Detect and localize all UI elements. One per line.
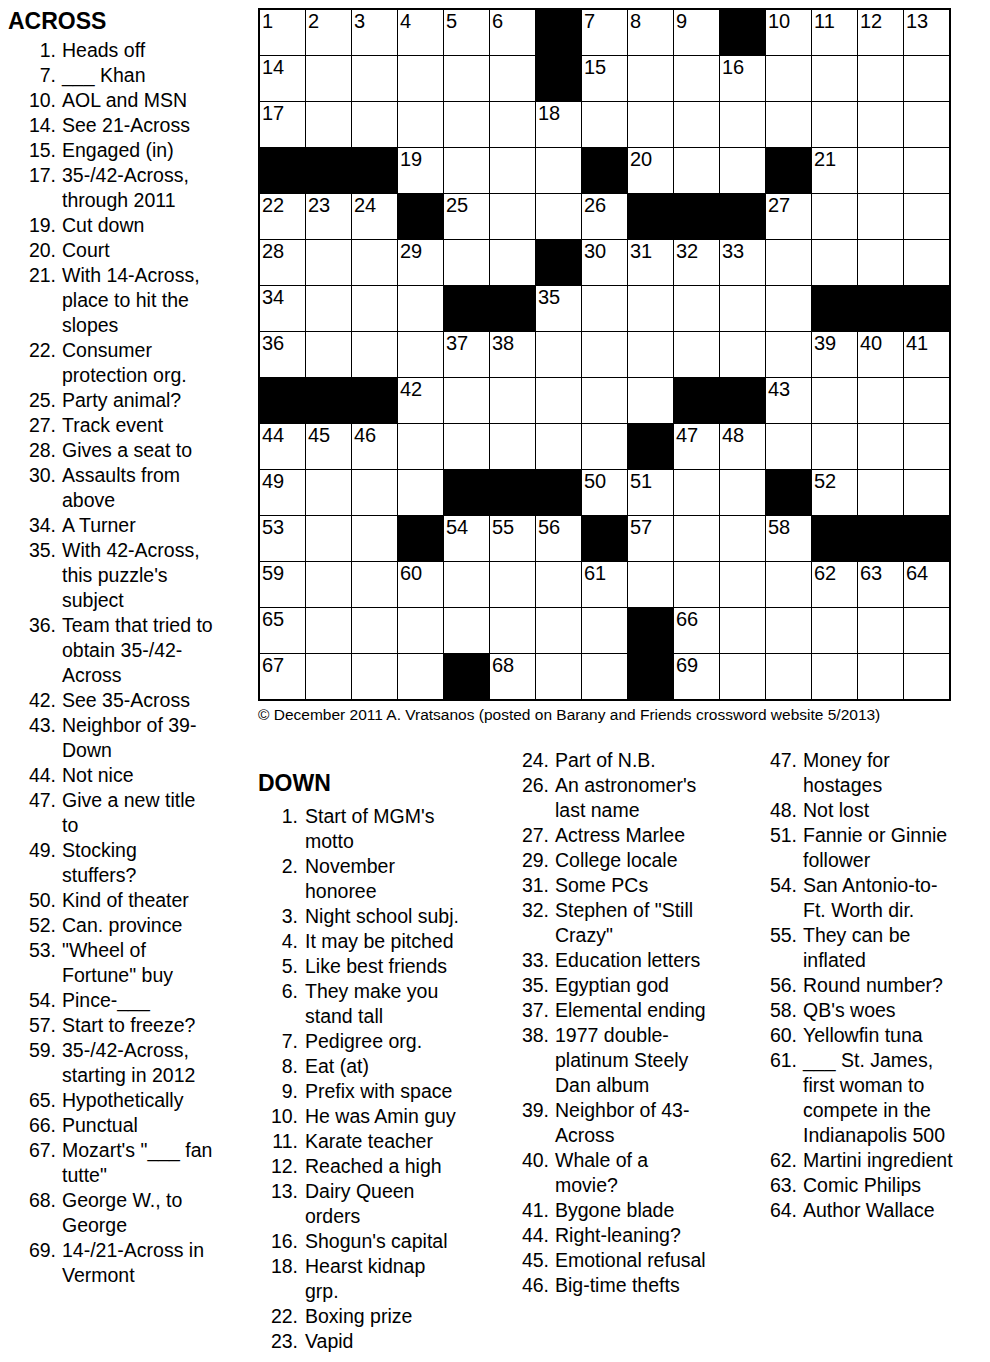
grid-cell[interactable]: 22 [260, 194, 305, 239]
grid-cell[interactable] [904, 148, 949, 193]
grid-cell[interactable] [904, 102, 949, 147]
clue-text: Round number? [803, 973, 990, 998]
grid-cell[interactable] [674, 470, 719, 515]
cell-number: 38 [492, 332, 514, 354]
grid-cell[interactable]: 49 [260, 470, 305, 515]
grid-cell[interactable]: 47 [674, 424, 719, 469]
clue-across-25: 25.Party animal? [8, 388, 250, 413]
grid-cell[interactable] [720, 654, 765, 699]
grid-cell[interactable] [352, 286, 397, 331]
clue-number: 34. [8, 513, 56, 538]
grid-cell[interactable]: 62 [812, 562, 857, 607]
grid-cell[interactable]: 9 [674, 10, 719, 55]
grid-cell[interactable]: 15 [582, 56, 627, 101]
grid-cell[interactable] [766, 332, 811, 377]
grid-cell-black [628, 654, 673, 699]
grid-cell[interactable] [444, 378, 489, 423]
grid-cell[interactable]: 55 [490, 516, 535, 561]
clue-across-69: 69.14-/21-Across in Vermont [8, 1238, 250, 1288]
grid-cell[interactable] [674, 286, 719, 331]
grid-cell[interactable] [536, 194, 581, 239]
clue-text: It may be pitched [305, 929, 490, 954]
grid-cell[interactable] [490, 194, 535, 239]
grid-cell[interactable]: 19 [398, 148, 443, 193]
grid-cell[interactable] [536, 654, 581, 699]
grid-cell[interactable] [766, 286, 811, 331]
cell-number: 47 [676, 424, 698, 446]
grid-cell[interactable] [306, 332, 351, 377]
grid-cell[interactable]: 35 [536, 286, 581, 331]
grid-cell[interactable]: 57 [628, 516, 673, 561]
grid-cell[interactable] [582, 608, 627, 653]
clue-number: 36. [8, 613, 56, 638]
grid-cell[interactable]: 33 [720, 240, 765, 285]
grid-cell[interactable] [398, 424, 443, 469]
grid-cell[interactable]: 12 [858, 10, 903, 55]
grid-cell[interactable] [674, 332, 719, 377]
grid-cell[interactable] [306, 286, 351, 331]
clue-down-29: 29.College locale [515, 848, 747, 873]
grid-cell[interactable]: 3 [352, 10, 397, 55]
grid-cell[interactable]: 53 [260, 516, 305, 561]
clue-text: Start to freeze? [62, 1013, 250, 1038]
grid-cell[interactable]: 43 [766, 378, 811, 423]
grid-cell[interactable]: 44 [260, 424, 305, 469]
grid-cell[interactable]: 58 [766, 516, 811, 561]
grid-cell[interactable] [628, 378, 673, 423]
clue-down-26: 26.An astronomer's last name [515, 773, 747, 823]
grid-cell[interactable] [306, 562, 351, 607]
grid-cell[interactable] [582, 286, 627, 331]
down-clue-list-left: 1.Start of MGM's motto2.November honoree… [258, 804, 490, 1354]
cell-number: 58 [768, 516, 790, 538]
clue-down-35: 35.Egyptian god [515, 973, 747, 998]
grid-cell[interactable] [720, 286, 765, 331]
clue-number: 22. [258, 1304, 298, 1329]
grid-cell[interactable]: 56 [536, 516, 581, 561]
grid-cell[interactable]: 24 [352, 194, 397, 239]
grid-cell[interactable]: 60 [398, 562, 443, 607]
grid-cell[interactable] [352, 516, 397, 561]
grid-cell-black [812, 516, 857, 561]
grid-cell[interactable] [536, 332, 581, 377]
grid-cell[interactable] [720, 516, 765, 561]
grid-cell[interactable] [812, 378, 857, 423]
clue-across-30: 30.Assaults from above [8, 463, 250, 513]
clue-text: Kind of theater [62, 888, 250, 913]
grid-cell[interactable] [812, 654, 857, 699]
grid-cell[interactable]: 27 [766, 194, 811, 239]
cell-number: 66 [676, 608, 698, 630]
grid-cell[interactable] [766, 654, 811, 699]
clue-text: Gives a seat to [62, 438, 250, 463]
cell-number: 9 [676, 10, 687, 32]
grid-cell[interactable] [628, 562, 673, 607]
grid-cell[interactable] [582, 102, 627, 147]
grid-cell[interactable] [858, 378, 903, 423]
grid-cell[interactable] [904, 470, 949, 515]
grid-cell[interactable] [352, 56, 397, 101]
clue-number: 10. [258, 1104, 298, 1129]
grid-cell[interactable] [674, 148, 719, 193]
grid-cell[interactable]: 36 [260, 332, 305, 377]
grid-cell[interactable] [720, 562, 765, 607]
grid-cell[interactable] [352, 102, 397, 147]
grid-cell[interactable]: 67 [260, 654, 305, 699]
grid-cell-black [904, 516, 949, 561]
grid-cell[interactable]: 46 [352, 424, 397, 469]
grid-cell[interactable]: 54 [444, 516, 489, 561]
clue-number: 7. [258, 1029, 298, 1054]
grid-cell[interactable]: 29 [398, 240, 443, 285]
clue-text: Some PCs [555, 873, 747, 898]
grid-cell-black [306, 148, 351, 193]
grid-cell[interactable] [352, 654, 397, 699]
grid-cell[interactable]: 38 [490, 332, 535, 377]
grid-cell[interactable]: 17 [260, 102, 305, 147]
clue-number: 2. [258, 854, 298, 879]
grid-cell[interactable] [582, 654, 627, 699]
clue-number: 32. [515, 898, 549, 923]
grid-cell[interactable]: 6 [490, 10, 535, 55]
clue-text: Hypothetically [62, 1088, 250, 1113]
grid-cell[interactable]: 37 [444, 332, 489, 377]
grid-cell[interactable] [352, 240, 397, 285]
grid-cell[interactable] [444, 562, 489, 607]
grid-cell-black [536, 56, 581, 101]
grid-cell[interactable] [628, 102, 673, 147]
copyright-note: © December 2011 A. Vratsanos (posted on … [258, 705, 958, 724]
grid-cell[interactable]: 23 [306, 194, 351, 239]
grid-cell[interactable] [306, 470, 351, 515]
grid-cell[interactable] [858, 56, 903, 101]
clue-text: Emotional refusal [555, 1248, 747, 1273]
clue-across-57: 57.Start to freeze? [8, 1013, 250, 1038]
grid-cell[interactable] [904, 378, 949, 423]
cell-number: 34 [262, 286, 284, 308]
cell-number: 41 [906, 332, 928, 354]
clue-text: Vapid [305, 1329, 490, 1354]
grid-cell[interactable] [306, 516, 351, 561]
grid-cell[interactable]: 39 [812, 332, 857, 377]
grid-cell[interactable]: 1 [260, 10, 305, 55]
clue-across-50: 50.Kind of theater [8, 888, 250, 913]
grid-cell-black [628, 194, 673, 239]
clue-number: 35. [515, 973, 549, 998]
grid-cell[interactable]: 28 [260, 240, 305, 285]
grid-cell[interactable]: 61 [582, 562, 627, 607]
grid-cell[interactable] [904, 608, 949, 653]
grid-cell[interactable]: 41 [904, 332, 949, 377]
grid-cell-black [536, 240, 581, 285]
clue-across-21: 21.With 14-Across, place to hit the slop… [8, 263, 250, 338]
grid-cell[interactable]: 52 [812, 470, 857, 515]
grid-cell[interactable] [904, 240, 949, 285]
clue-text: See 21-Across [62, 113, 250, 138]
grid-cell[interactable] [398, 56, 443, 101]
clue-across-7: 7.___ Khan [8, 63, 250, 88]
grid-cell[interactable] [628, 56, 673, 101]
grid-cell[interactable]: 42 [398, 378, 443, 423]
grid-cell[interactable] [490, 608, 535, 653]
grid-cell[interactable] [812, 608, 857, 653]
grid-cell[interactable] [536, 562, 581, 607]
grid-cell[interactable] [766, 56, 811, 101]
down-clues-column-left: DOWN 1.Start of MGM's motto2.November ho… [258, 770, 490, 1354]
grid-cell[interactable]: 34 [260, 286, 305, 331]
grid-cell[interactable] [306, 56, 351, 101]
clue-across-53: 53."Wheel of Fortune" buy [8, 938, 250, 988]
cell-number: 36 [262, 332, 284, 354]
grid-cell[interactable] [490, 102, 535, 147]
clue-down-16: 16.Shogun's capital [258, 1229, 490, 1254]
grid-cell[interactable] [812, 102, 857, 147]
grid-cell[interactable] [444, 56, 489, 101]
grid-cell[interactable]: 20 [628, 148, 673, 193]
grid-cell-black [720, 10, 765, 55]
grid-cell[interactable] [812, 240, 857, 285]
clue-text: ___ St. James, first woman to compete in… [803, 1048, 990, 1148]
grid-cell[interactable] [858, 424, 903, 469]
crossword-page: ACROSS 1.Heads off7.___ Khan10.AOL and M… [0, 0, 990, 1362]
grid-cell[interactable] [720, 102, 765, 147]
grid-cell[interactable]: 4 [398, 10, 443, 55]
grid-cell[interactable]: 68 [490, 654, 535, 699]
grid-cell[interactable] [812, 56, 857, 101]
clue-down-22: 22.Boxing prize [258, 1304, 490, 1329]
clue-text: Neighbor of 43- Across [555, 1098, 747, 1148]
grid-cell[interactable]: 32 [674, 240, 719, 285]
grid-cell[interactable]: 69 [674, 654, 719, 699]
grid-cell[interactable] [904, 194, 949, 239]
clue-text: Can. province [62, 913, 250, 938]
cell-number: 28 [262, 240, 284, 262]
grid-cell[interactable] [582, 332, 627, 377]
clue-number: 64. [762, 1198, 797, 1223]
grid-cell[interactable]: 16 [720, 56, 765, 101]
grid-cell[interactable] [398, 332, 443, 377]
clue-text: QB's woes [803, 998, 990, 1023]
grid-cell[interactable]: 26 [582, 194, 627, 239]
down-clues-column-middle: 24.Part of N.B.26.An astronomer's last n… [515, 748, 747, 1298]
grid-cell[interactable] [490, 148, 535, 193]
clue-text: Track event [62, 413, 250, 438]
grid-cell[interactable] [490, 424, 535, 469]
grid-cell[interactable]: 2 [306, 10, 351, 55]
grid-cell[interactable]: 25 [444, 194, 489, 239]
clue-across-43: 43.Neighbor of 39- Down [8, 713, 250, 763]
grid-cell[interactable] [766, 608, 811, 653]
grid-cell[interactable] [674, 102, 719, 147]
clue-text: A Turner [62, 513, 250, 538]
grid-cell[interactable]: 40 [858, 332, 903, 377]
cell-number: 19 [400, 148, 422, 170]
grid-cell[interactable] [674, 516, 719, 561]
cell-number: 45 [308, 424, 330, 446]
grid-cell[interactable] [858, 470, 903, 515]
grid-cell[interactable] [674, 562, 719, 607]
grid-cell-black [766, 470, 811, 515]
grid-cell[interactable] [628, 286, 673, 331]
grid-cell[interactable] [398, 608, 443, 653]
cell-number: 10 [768, 10, 790, 32]
grid-cell[interactable]: 48 [720, 424, 765, 469]
clue-number: 18. [258, 1254, 298, 1279]
grid-cell[interactable] [536, 148, 581, 193]
grid-cell[interactable] [812, 194, 857, 239]
grid-cell[interactable] [444, 102, 489, 147]
clue-down-4: 4.It may be pitched [258, 929, 490, 954]
grid-cell[interactable]: 5 [444, 10, 489, 55]
grid-cell[interactable]: 11 [812, 10, 857, 55]
grid-cell[interactable] [306, 102, 351, 147]
grid-cell[interactable]: 63 [858, 562, 903, 607]
grid-cell[interactable]: 18 [536, 102, 581, 147]
clue-text: Night school subj. [305, 904, 490, 929]
grid-cell[interactable] [490, 56, 535, 101]
grid-cell[interactable] [490, 378, 535, 423]
cell-number: 30 [584, 240, 606, 262]
grid-cell[interactable] [720, 332, 765, 377]
cell-number: 54 [446, 516, 468, 538]
clue-number: 33. [515, 948, 549, 973]
grid-cell[interactable] [812, 424, 857, 469]
grid-cell[interactable]: 50 [582, 470, 627, 515]
grid-cell[interactable] [352, 470, 397, 515]
grid-cell[interactable] [490, 562, 535, 607]
grid-cell[interactable] [766, 102, 811, 147]
grid-cell[interactable] [306, 654, 351, 699]
grid-cell[interactable] [858, 654, 903, 699]
grid-cell[interactable] [720, 470, 765, 515]
cell-number: 6 [492, 10, 503, 32]
clue-text: Part of N.B. [555, 748, 747, 773]
cell-number: 68 [492, 654, 514, 676]
grid-cell[interactable] [490, 240, 535, 285]
grid-cell-black [444, 470, 489, 515]
clue-across-49: 49.Stocking stuffers? [8, 838, 250, 888]
grid-cell[interactable] [720, 608, 765, 653]
cell-number: 18 [538, 102, 560, 124]
grid-cell[interactable] [398, 470, 443, 515]
grid-cell[interactable] [766, 562, 811, 607]
clue-text: With 42-Across, this puzzle's subject [62, 538, 250, 613]
clue-down-9: 9.Prefix with space [258, 1079, 490, 1104]
grid-cell[interactable] [352, 332, 397, 377]
clue-text: Shogun's capital [305, 1229, 490, 1254]
grid-cell-black [398, 194, 443, 239]
clue-down-11: 11.Karate teacher [258, 1129, 490, 1154]
grid-cell[interactable] [444, 424, 489, 469]
grid-cell[interactable] [904, 424, 949, 469]
grid-cell[interactable]: 59 [260, 562, 305, 607]
clue-number: 13. [258, 1179, 298, 1204]
clue-across-1: 1.Heads off [8, 38, 250, 63]
grid-cell[interactable] [720, 148, 765, 193]
grid-cell[interactable] [444, 608, 489, 653]
grid-cell[interactable] [306, 608, 351, 653]
grid-cell[interactable] [858, 608, 903, 653]
grid-cell[interactable]: 31 [628, 240, 673, 285]
clue-text: Pince-___ [62, 988, 250, 1013]
grid-cell[interactable] [398, 654, 443, 699]
clue-number: 67. [8, 1138, 56, 1163]
clue-text: Comic Philips [803, 1173, 990, 1198]
grid-cell[interactable] [582, 378, 627, 423]
grid-cell-black [260, 148, 305, 193]
grid-cell[interactable] [536, 424, 581, 469]
clue-down-41: 41.Bygone blade [515, 1198, 747, 1223]
clue-number: 22. [8, 338, 56, 363]
grid-cell[interactable] [582, 424, 627, 469]
grid-cell[interactable]: 14 [260, 56, 305, 101]
grid-cell[interactable]: 10 [766, 10, 811, 55]
grid-cell[interactable] [352, 608, 397, 653]
grid-cell[interactable] [858, 102, 903, 147]
grid-cell[interactable]: 21 [812, 148, 857, 193]
grid-cell[interactable] [306, 240, 351, 285]
cell-number: 55 [492, 516, 514, 538]
clue-down-1: 1.Start of MGM's motto [258, 804, 490, 854]
grid-cell[interactable] [858, 194, 903, 239]
grid-cell[interactable] [444, 240, 489, 285]
cell-number: 46 [354, 424, 376, 446]
grid-cell[interactable] [444, 148, 489, 193]
cell-number: 15 [584, 56, 606, 78]
grid-cell-black [490, 470, 535, 515]
grid-cell[interactable]: 45 [306, 424, 351, 469]
grid-cell-black [352, 378, 397, 423]
clue-text: Reached a high [305, 1154, 490, 1179]
cell-number: 21 [814, 148, 836, 170]
cell-number: 4 [400, 10, 411, 32]
clue-down-45: 45.Emotional refusal [515, 1248, 747, 1273]
grid-cell[interactable]: 7 [582, 10, 627, 55]
cell-number: 44 [262, 424, 284, 446]
grid-cell[interactable] [398, 286, 443, 331]
grid-cell[interactable] [858, 148, 903, 193]
grid-cell[interactable] [398, 102, 443, 147]
grid-cell[interactable] [904, 654, 949, 699]
clue-down-33: 33.Education letters [515, 948, 747, 973]
clue-number: 6. [258, 979, 298, 1004]
clue-text: Money for hostages [803, 748, 990, 798]
grid-cell[interactable]: 65 [260, 608, 305, 653]
grid-cell[interactable] [766, 424, 811, 469]
grid-cell[interactable] [858, 240, 903, 285]
grid-cell[interactable] [536, 378, 581, 423]
cell-number: 60 [400, 562, 422, 584]
grid-cell[interactable]: 64 [904, 562, 949, 607]
clue-down-64: 64.Author Wallace [762, 1198, 990, 1223]
clue-down-18: 18.Hearst kidnap grp. [258, 1254, 490, 1304]
grid-cell[interactable] [674, 56, 719, 101]
clue-number: 48. [762, 798, 797, 823]
clue-number: 19. [8, 213, 56, 238]
cell-number: 14 [262, 56, 284, 78]
grid-cell[interactable]: 51 [628, 470, 673, 515]
grid-cell[interactable] [536, 608, 581, 653]
grid-cell[interactable] [904, 56, 949, 101]
grid-cell[interactable] [766, 240, 811, 285]
cell-number: 65 [262, 608, 284, 630]
grid-cell[interactable]: 30 [582, 240, 627, 285]
grid-cell[interactable]: 13 [904, 10, 949, 55]
grid-cell[interactable]: 8 [628, 10, 673, 55]
grid-cell[interactable] [352, 562, 397, 607]
grid-cell[interactable]: 66 [674, 608, 719, 653]
grid-cell[interactable] [628, 332, 673, 377]
